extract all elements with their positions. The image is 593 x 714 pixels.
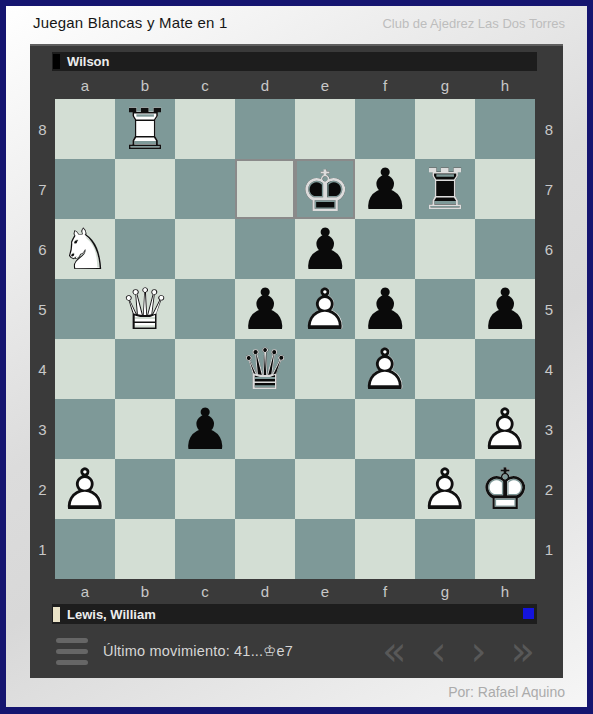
square-d7[interactable] [235,159,295,219]
piece-white-king[interactable]: ♚♔ [475,459,535,519]
square-c5[interactable] [175,279,235,339]
rank-label: 3 [30,399,55,459]
title-bar: Juegan Blancas y Mate en 1 Club de Ajedr… [33,14,565,31]
piece-white-queen[interactable]: ♛♕ [115,279,175,339]
square-c6[interactable] [175,219,235,279]
piece-glyph: ♟ [295,219,355,279]
square-e4[interactable] [295,339,355,399]
square-a7[interactable] [55,159,115,219]
square-h8[interactable] [475,99,535,159]
square-h1[interactable] [475,519,535,579]
square-g1[interactable] [415,519,475,579]
square-g4[interactable] [415,339,475,399]
rank-label: 1 [30,519,55,579]
file-label: e [295,579,355,603]
piece-glyph: ♟ [235,279,295,339]
square-b5[interactable]: ♛♕ [115,279,175,339]
square-d5[interactable]: ♟ [235,279,295,339]
player-name-bottom: Lewis, William [67,607,156,622]
file-label: d [235,579,295,603]
control-bar: Último movimiento: 41...♔e7 « ‹ › » [52,628,537,674]
club-name: Club de Ajedrez Las Dos Torres [382,16,565,31]
square-e8[interactable] [295,99,355,159]
square-f8[interactable] [355,99,415,159]
square-b6[interactable] [115,219,175,279]
square-e7[interactable]: ♚♔ [295,159,355,219]
last-move-button[interactable]: » [511,631,535,671]
white-side-indicator [53,607,60,622]
chess-board: ♜♖♚♔♟♜♖♞♘♟♛♕♟♟♙♟♟♛♕♟♙♟♟♙♟♙♟♙♚♔ [55,99,535,579]
piece-black-pawn[interactable]: ♟ [355,279,415,339]
piece-detail-glyph: ♖ [415,159,475,219]
square-e1[interactable] [295,519,355,579]
piece-detail-glyph: ♕ [235,339,295,399]
file-label: d [235,71,295,99]
square-b1[interactable] [115,519,175,579]
first-move-button[interactable]: « [382,631,406,671]
rank-label: 8 [535,99,563,159]
rank-labels-right: 87654321 [535,99,563,579]
square-g8[interactable] [415,99,475,159]
square-f3[interactable] [355,399,415,459]
piece-black-rook[interactable]: ♜♖ [415,159,475,219]
piece-black-pawn[interactable]: ♟ [175,399,235,459]
square-c2[interactable] [175,459,235,519]
file-label: g [415,579,475,603]
square-d8[interactable] [235,99,295,159]
piece-detail-glyph: ♙ [415,459,475,519]
piece-glyph: ♟ [175,399,235,459]
file-label: f [355,579,415,603]
piece-black-pawn[interactable]: ♟ [295,219,355,279]
file-label: h [475,579,535,603]
piece-white-pawn[interactable]: ♟♙ [295,279,355,339]
piece-glyph: ♟ [475,279,535,339]
square-c7[interactable] [175,159,235,219]
square-f4[interactable]: ♟♙ [355,339,415,399]
piece-detail-glyph: ♙ [55,459,115,519]
piece-black-king[interactable]: ♚♔ [297,161,353,217]
piece-detail-glyph: ♖ [115,99,175,159]
square-h2[interactable]: ♚♔ [475,459,535,519]
square-d4[interactable]: ♛♕ [235,339,295,399]
square-h7[interactable] [475,159,535,219]
square-g6[interactable] [415,219,475,279]
piece-black-pawn[interactable]: ♟ [355,159,415,219]
piece-detail-glyph: ♕ [115,279,175,339]
file-label: c [175,579,235,603]
rank-labels-left: 87654321 [30,99,55,579]
piece-white-pawn[interactable]: ♟♙ [55,459,115,519]
square-c1[interactable] [175,519,235,579]
square-d2[interactable] [235,459,295,519]
file-label: a [55,71,115,99]
square-d1[interactable] [235,519,295,579]
next-move-button[interactable]: › [471,631,487,671]
file-label: b [115,579,175,603]
rank-label: 2 [535,459,563,519]
rank-label: 1 [535,519,563,579]
file-label: a [55,579,115,603]
square-f1[interactable] [355,519,415,579]
square-c4[interactable] [175,339,235,399]
square-g5[interactable] [415,279,475,339]
rank-label: 5 [30,279,55,339]
menu-bar-icon [56,649,88,654]
puzzle-title: Juegan Blancas y Mate en 1 [33,14,228,31]
square-b8[interactable]: ♜♖ [115,99,175,159]
piece-detail-glyph: ♔ [475,459,535,519]
file-label: e [295,71,355,99]
board-panel: Wilson abcdefgh 87654321 ♜♖♚♔♟♜♖♞♘♟♛♕♟♟♙… [30,44,563,678]
rank-label: 6 [30,219,55,279]
rank-label: 3 [535,399,563,459]
square-b2[interactable] [115,459,175,519]
square-f5[interactable]: ♟ [355,279,415,339]
square-g3[interactable] [415,399,475,459]
square-a2[interactable]: ♟♙ [55,459,115,519]
piece-glyph: ♟ [355,279,415,339]
piece-detail-glyph: ♙ [295,279,355,339]
square-h4[interactable] [475,339,535,399]
rank-label: 6 [535,219,563,279]
square-a8[interactable] [55,99,115,159]
piece-glyph: ♟ [355,159,415,219]
file-labels-bottom: abcdefgh [55,579,535,603]
piece-white-pawn[interactable]: ♟♙ [475,399,535,459]
file-label: f [355,71,415,99]
turn-indicator [523,608,534,619]
square-f6[interactable] [355,219,415,279]
square-b3[interactable] [115,399,175,459]
piece-black-queen[interactable]: ♛♕ [235,339,295,399]
square-h6[interactable] [475,219,535,279]
rank-label: 8 [30,99,55,159]
square-f7[interactable]: ♟ [355,159,415,219]
move-navigation: « ‹ › » [382,631,535,671]
player-bar-top: Wilson [52,52,537,71]
rank-label: 4 [30,339,55,399]
square-g2[interactable]: ♟♙ [415,459,475,519]
rank-label: 7 [535,159,563,219]
black-side-indicator [53,54,60,69]
app-window: Juegan Blancas y Mate en 1 Club de Ajedr… [0,0,593,714]
menu-bar-icon [56,638,88,643]
piece-detail-glyph: ♙ [355,339,415,399]
file-labels-top: abcdefgh [55,71,535,99]
square-c3[interactable]: ♟ [175,399,235,459]
square-h3[interactable]: ♟♙ [475,399,535,459]
piece-white-knight[interactable]: ♞♘ [55,219,115,279]
square-a1[interactable] [55,519,115,579]
rank-label: 4 [535,339,563,399]
file-label: b [115,71,175,99]
rank-label: 5 [535,279,563,339]
piece-black-pawn[interactable]: ♟ [475,279,535,339]
last-move-label: Último movimiento: 41...♔e7 [103,643,293,659]
square-g7[interactable]: ♜♖ [415,159,475,219]
piece-black-pawn[interactable]: ♟ [235,279,295,339]
player-bar-bottom: Lewis, William [52,604,537,624]
rank-label: 2 [30,459,55,519]
file-label: c [175,71,235,99]
square-d6[interactable] [235,219,295,279]
square-e2[interactable] [295,459,355,519]
square-e5[interactable]: ♟♙ [295,279,355,339]
square-h5[interactable]: ♟ [475,279,535,339]
file-label: g [415,71,475,99]
file-label: h [475,71,535,99]
previous-move-button[interactable]: ‹ [431,631,447,671]
piece-white-rook[interactable]: ♜♖ [115,99,175,159]
square-f2[interactable] [355,459,415,519]
square-c8[interactable] [175,99,235,159]
piece-detail-glyph: ♘ [55,219,115,279]
piece-detail-glyph: ♔ [297,161,353,217]
square-e6[interactable]: ♟ [295,219,355,279]
square-b7[interactable] [115,159,175,219]
square-d3[interactable] [235,399,295,459]
rank-label: 7 [30,159,55,219]
square-a5[interactable] [55,279,115,339]
piece-detail-glyph: ♙ [475,399,535,459]
square-a3[interactable] [55,399,115,459]
piece-white-pawn[interactable]: ♟♙ [415,459,475,519]
square-e3[interactable] [295,399,355,459]
page-background: Juegan Blancas y Mate en 1 Club de Ajedr… [6,6,587,707]
piece-white-pawn[interactable]: ♟♙ [355,339,415,399]
square-a6[interactable]: ♞♘ [55,219,115,279]
author-credit: Por: Rafael Aquino [448,684,565,700]
menu-button[interactable] [56,638,88,665]
square-a4[interactable] [55,339,115,399]
square-b4[interactable] [115,339,175,399]
menu-bar-icon [56,660,88,665]
player-name-top: Wilson [67,54,110,69]
